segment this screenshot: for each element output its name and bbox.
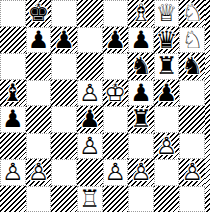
square-b4[interactable] (26, 106, 52, 133)
piece-black-knight-icon: ♞♞ (128, 53, 154, 80)
piece-white-pawn-icon: ♟♙ (154, 133, 180, 160)
square-h1[interactable] (179, 186, 205, 213)
piece-glyph: ♜ (128, 106, 154, 133)
piece-glyph: ♘ (179, 0, 205, 27)
piece-glyph: ♙ (0, 159, 26, 186)
square-a2[interactable]: ♟♙ (0, 159, 26, 186)
piece-black-rook-icon: ♜♜ (154, 53, 180, 80)
piece-black-pawn-icon: ♟♟ (103, 27, 129, 54)
piece-glyph: ♙ (26, 159, 52, 186)
piece-glyph: ♛ (154, 27, 180, 54)
square-h2[interactable]: ♟♙ (179, 159, 205, 186)
piece-white-pawn-icon: ♟♙ (128, 159, 154, 186)
piece-glyph: ♙ (128, 159, 154, 186)
square-f4[interactable]: ♜♜ (128, 106, 154, 133)
piece-glyph: ♟ (128, 80, 154, 107)
square-g7[interactable]: ♛♛ (154, 27, 180, 54)
chess-diagram: ♚♚♝♗♛♕♞♘♟♟♟♟♟♟♟♟♛♛♞♘♞♞♜♜♞♞♝♝♟♙♚♔♟♟♟♟♟♟♟♟… (0, 0, 210, 212)
square-e3[interactable] (103, 133, 129, 160)
piece-black-pawn-icon: ♟♟ (51, 27, 77, 54)
square-b7[interactable]: ♟♟ (26, 27, 52, 54)
piece-glyph: ♘ (179, 27, 205, 54)
piece-white-rook-icon: ♜♖ (77, 186, 103, 213)
square-e4[interactable] (103, 106, 129, 133)
piece-glyph: ♙ (179, 159, 205, 186)
piece-black-pawn-icon: ♟♟ (128, 80, 154, 107)
square-c2[interactable] (51, 159, 77, 186)
square-h7[interactable]: ♞♘ (179, 27, 205, 54)
square-e6[interactable] (103, 53, 129, 80)
square-a3[interactable] (0, 133, 26, 160)
square-c7[interactable]: ♟♟ (51, 27, 77, 54)
piece-black-pawn-icon: ♟♟ (128, 27, 154, 54)
square-g4[interactable] (154, 106, 180, 133)
piece-glyph: ♟ (77, 106, 103, 133)
square-a8[interactable] (0, 0, 26, 27)
square-b2[interactable]: ♟♙ (26, 159, 52, 186)
piece-glyph: ♟ (103, 27, 129, 54)
piece-black-king-icon: ♚♚ (26, 0, 52, 27)
square-f8[interactable]: ♝♗ (128, 0, 154, 27)
piece-white-pawn-icon: ♟♙ (103, 159, 129, 186)
piece-white-pawn-icon: ♟♙ (26, 159, 52, 186)
square-a5[interactable]: ♝♝ (0, 80, 26, 107)
piece-glyph: ♟ (0, 106, 26, 133)
square-b5[interactable] (26, 80, 52, 107)
square-g3[interactable]: ♟♙ (154, 133, 180, 160)
piece-white-bishop-icon: ♝♗ (128, 0, 154, 27)
square-a1[interactable] (0, 186, 26, 213)
square-d4[interactable]: ♟♟ (77, 106, 103, 133)
square-e1[interactable] (103, 186, 129, 213)
chess-board: ♚♚♝♗♛♕♞♘♟♟♟♟♟♟♟♟♛♛♞♘♞♞♜♜♞♞♝♝♟♙♚♔♟♟♟♟♟♟♟♟… (0, 0, 205, 212)
piece-glyph: ♟ (154, 80, 180, 107)
square-f5[interactable]: ♟♟ (128, 80, 154, 107)
square-e2[interactable]: ♟♙ (103, 159, 129, 186)
square-f1[interactable] (128, 186, 154, 213)
square-a7[interactable] (0, 27, 26, 54)
square-c5[interactable] (51, 80, 77, 107)
square-d1[interactable]: ♜♖ (77, 186, 103, 213)
square-g2[interactable] (154, 159, 180, 186)
piece-glyph: ♙ (154, 133, 180, 160)
piece-glyph: ♖ (77, 186, 103, 213)
square-h6[interactable]: ♞♞ (179, 53, 205, 80)
piece-white-knight-icon: ♞♘ (179, 27, 205, 54)
piece-glyph: ♞ (179, 53, 205, 80)
piece-black-queen-icon: ♛♛ (154, 27, 180, 54)
square-c1[interactable] (51, 186, 77, 213)
square-c3[interactable] (51, 133, 77, 160)
piece-black-pawn-icon: ♟♟ (77, 106, 103, 133)
square-d5[interactable]: ♟♙ (77, 80, 103, 107)
square-d6[interactable] (77, 53, 103, 80)
square-c6[interactable] (51, 53, 77, 80)
square-e8[interactable] (103, 0, 129, 27)
piece-glyph: ♟ (26, 27, 52, 54)
square-b6[interactable] (26, 53, 52, 80)
square-c4[interactable] (51, 106, 77, 133)
square-f2[interactable]: ♟♙ (128, 159, 154, 186)
square-h4[interactable] (179, 106, 205, 133)
square-c8[interactable] (51, 0, 77, 27)
piece-white-pawn-icon: ♟♙ (77, 80, 103, 107)
piece-black-rook-icon: ♜♜ (128, 106, 154, 133)
piece-black-bishop-icon: ♝♝ (0, 80, 26, 107)
square-h3[interactable] (179, 133, 205, 160)
piece-glyph: ♔ (103, 80, 129, 107)
piece-glyph: ♜ (154, 53, 180, 80)
piece-black-pawn-icon: ♟♟ (154, 80, 180, 107)
piece-glyph: ♚ (26, 0, 52, 27)
square-h5[interactable] (179, 80, 205, 107)
square-f3[interactable] (128, 133, 154, 160)
square-f7[interactable]: ♟♟ (128, 27, 154, 54)
piece-glyph: ♟ (128, 27, 154, 54)
piece-glyph: ♗ (128, 0, 154, 27)
piece-glyph: ♙ (77, 133, 103, 160)
square-d7[interactable] (77, 27, 103, 54)
square-g5[interactable]: ♟♟ (154, 80, 180, 107)
board-right-hatched-border (205, 0, 210, 212)
square-e5[interactable]: ♚♔ (103, 80, 129, 107)
square-e7[interactable]: ♟♟ (103, 27, 129, 54)
piece-white-knight-icon: ♞♘ (179, 0, 205, 27)
square-b3[interactable] (26, 133, 52, 160)
piece-glyph: ♕ (154, 0, 180, 27)
square-b8[interactable]: ♚♚ (26, 0, 52, 27)
square-a6[interactable] (0, 53, 26, 80)
square-f6[interactable]: ♞♞ (128, 53, 154, 80)
square-a4[interactable]: ♟♟ (0, 106, 26, 133)
square-g1[interactable] (154, 186, 180, 213)
square-b1[interactable] (26, 186, 52, 213)
piece-glyph: ♙ (77, 80, 103, 107)
square-g8[interactable]: ♛♕ (154, 0, 180, 27)
piece-black-knight-icon: ♞♞ (179, 53, 205, 80)
piece-black-pawn-icon: ♟♟ (0, 106, 26, 133)
piece-glyph: ♟ (51, 27, 77, 54)
piece-black-pawn-icon: ♟♟ (26, 27, 52, 54)
piece-glyph: ♝ (0, 80, 26, 107)
square-h8[interactable]: ♞♘ (179, 0, 205, 27)
square-d3[interactable]: ♟♙ (77, 133, 103, 160)
piece-white-pawn-icon: ♟♙ (0, 159, 26, 186)
piece-glyph: ♙ (103, 159, 129, 186)
square-d2[interactable] (77, 159, 103, 186)
square-d8[interactable] (77, 0, 103, 27)
piece-white-pawn-icon: ♟♙ (77, 133, 103, 160)
piece-white-queen-icon: ♛♕ (154, 0, 180, 27)
piece-white-king-icon: ♚♔ (103, 80, 129, 107)
square-g6[interactable]: ♜♜ (154, 53, 180, 80)
piece-glyph: ♞ (128, 53, 154, 80)
piece-white-pawn-icon: ♟♙ (179, 159, 205, 186)
